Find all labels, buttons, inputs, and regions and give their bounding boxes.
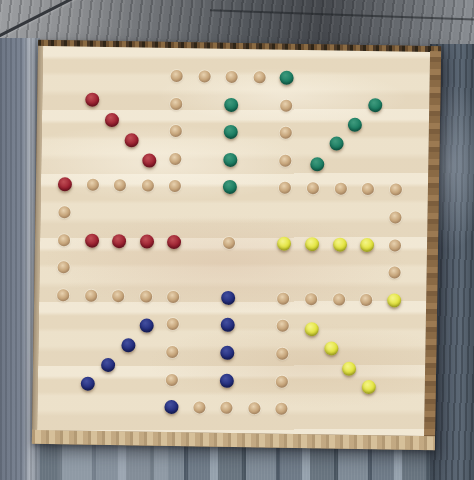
hole-r4c4[interactable] [169,180,181,192]
blue-marble[interactable] [121,338,135,352]
hole-r10c4[interactable] [166,346,178,358]
hole-r8c3[interactable] [140,290,152,302]
red-marble[interactable] [142,154,156,168]
hole-r0c6[interactable] [226,71,238,83]
blue-marble[interactable] [220,373,234,387]
hole-r8c8[interactable] [277,292,289,304]
red-marble[interactable] [140,234,154,248]
hole-r11c8[interactable] [276,375,288,387]
hole-r1c8[interactable] [280,99,292,111]
red-marble[interactable] [84,233,98,247]
floor-plank-bottom-light [58,442,168,480]
red-marble[interactable] [112,234,126,248]
red-marble[interactable] [125,133,139,147]
hole-r2c8[interactable] [280,127,292,139]
hole-r0c4[interactable] [171,70,183,82]
hole-r6c0[interactable] [58,234,70,246]
hole-r3c8[interactable] [280,154,292,166]
blue-marble[interactable] [220,346,234,360]
hole-r4c3[interactable] [141,180,153,192]
hole-r8c1[interactable] [85,289,97,301]
green-marble[interactable] [224,125,238,139]
yellow-marble[interactable] [305,322,319,336]
hole-r6c6[interactable] [223,236,235,248]
blue-marble[interactable] [101,358,115,372]
red-marble[interactable] [58,178,72,192]
hole-r12c8[interactable] [276,403,288,415]
hole-r11c4[interactable] [166,374,178,386]
green-marble[interactable] [224,97,238,111]
green-marble[interactable] [368,98,382,112]
hole-r0c5[interactable] [198,70,210,82]
photo-scene [0,0,474,480]
blue-marble[interactable] [140,318,154,332]
red-marble[interactable] [85,93,99,107]
yellow-marble[interactable] [305,237,319,251]
hole-r8c10[interactable] [333,293,345,305]
hole-r5c0[interactable] [58,206,70,218]
hole-r10c8[interactable] [277,348,289,360]
hole-r7c0[interactable] [58,261,70,273]
hole-r12c7[interactable] [248,402,260,414]
green-marble[interactable] [310,157,324,171]
red-marble[interactable] [167,235,181,249]
hole-r4c1[interactable] [86,179,98,191]
hole-r9c8[interactable] [277,320,289,332]
yellow-marble[interactable] [342,362,356,376]
hole-r6c12[interactable] [389,239,401,251]
yellow-marble[interactable] [360,238,374,252]
hole-r4c2[interactable] [114,179,126,191]
blue-marble[interactable] [165,400,179,414]
hole-r12c6[interactable] [221,402,233,414]
yellow-marble[interactable] [332,237,346,251]
green-marble[interactable] [224,153,238,167]
hole-r7c12[interactable] [388,267,400,279]
blue-marble[interactable] [221,291,235,305]
yellow-marble[interactable] [387,293,401,307]
hole-r0c7[interactable] [253,71,265,83]
hole-r2c4[interactable] [170,125,182,137]
hole-r4c9[interactable] [307,182,319,194]
hole-r9c4[interactable] [167,318,179,330]
hole-r8c9[interactable] [305,293,317,305]
blue-marble[interactable] [81,377,95,391]
hole-r4c8[interactable] [279,182,291,194]
hole-r1c4[interactable] [170,98,182,110]
blue-marble[interactable] [221,318,235,332]
green-marble[interactable] [280,71,294,85]
hole-r8c4[interactable] [167,291,179,303]
yellow-marble[interactable] [324,341,338,355]
red-marble[interactable] [105,113,119,127]
board-surface [37,46,430,436]
hole-r5c12[interactable] [389,211,401,223]
yellow-marble[interactable] [362,380,376,394]
hole-r3c4[interactable] [169,153,181,165]
hole-r4c10[interactable] [334,183,346,195]
green-marble[interactable] [223,180,237,194]
hole-r8c2[interactable] [112,290,124,302]
yellow-marble[interactable] [277,236,291,250]
hole-r8c11[interactable] [360,294,372,306]
hole-r4c11[interactable] [362,183,374,195]
holes-layer [37,46,430,436]
green-marble[interactable] [348,118,362,132]
green-marble[interactable] [329,136,343,150]
game-board [32,40,441,450]
hole-r4c12[interactable] [389,184,401,196]
hole-r8c0[interactable] [57,289,69,301]
hole-r12c5[interactable] [193,402,205,414]
